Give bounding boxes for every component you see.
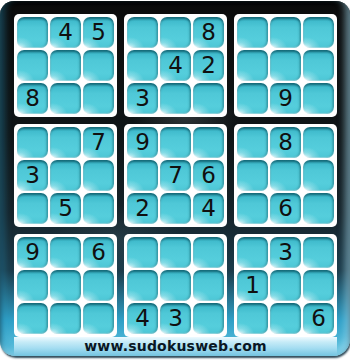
- given-digit: 9: [135, 131, 150, 154]
- cell-r1c2[interactable]: 4: [50, 17, 81, 48]
- cell-r3c5[interactable]: [160, 83, 191, 114]
- cell-r7c4[interactable]: [127, 237, 158, 268]
- cell-r7c1[interactable]: 9: [17, 237, 48, 268]
- cell-r4c2[interactable]: [50, 127, 81, 158]
- cell-r6c5[interactable]: [160, 193, 191, 224]
- cell-r9c5[interactable]: 3: [160, 303, 191, 334]
- cell-r8c1[interactable]: [17, 270, 48, 301]
- given-digit: 3: [168, 307, 183, 330]
- cell-r8c8[interactable]: [270, 270, 301, 301]
- given-digit: 2: [135, 197, 150, 220]
- cell-r1c4[interactable]: [127, 17, 158, 48]
- given-digit: 5: [91, 21, 106, 44]
- given-digit: 6: [278, 197, 293, 220]
- cell-r8c4[interactable]: [127, 270, 158, 301]
- given-digit: 4: [135, 307, 150, 330]
- cell-r3c1[interactable]: 8: [17, 83, 48, 114]
- cell-r4c3[interactable]: 7: [83, 127, 114, 158]
- cell-r7c9[interactable]: [303, 237, 334, 268]
- cell-r3c7[interactable]: [237, 83, 268, 114]
- given-digit: 8: [278, 131, 293, 154]
- cell-r7c3[interactable]: 6: [83, 237, 114, 268]
- cell-r2c6[interactable]: 2: [193, 50, 224, 81]
- cell-r9c1[interactable]: [17, 303, 48, 334]
- cell-r7c8[interactable]: 3: [270, 237, 301, 268]
- cell-r1c6[interactable]: 8: [193, 17, 224, 48]
- given-digit: 6: [201, 164, 216, 187]
- cell-r5c5[interactable]: 7: [160, 160, 191, 191]
- given-digit: 7: [91, 131, 106, 154]
- cell-r8c5[interactable]: [160, 270, 191, 301]
- cell-r5c6[interactable]: 6: [193, 160, 224, 191]
- cell-r3c3[interactable]: [83, 83, 114, 114]
- cell-r9c6[interactable]: [193, 303, 224, 334]
- cell-r5c7[interactable]: [237, 160, 268, 191]
- cell-r9c4[interactable]: 4: [127, 303, 158, 334]
- cell-r2c5[interactable]: 4: [160, 50, 191, 81]
- cell-r2c7[interactable]: [237, 50, 268, 81]
- box-9: 316: [234, 234, 337, 337]
- box-1: 458: [14, 14, 117, 117]
- cell-r5c1[interactable]: 3: [17, 160, 48, 191]
- cell-r6c2[interactable]: 5: [50, 193, 81, 224]
- cell-r3c8[interactable]: 9: [270, 83, 301, 114]
- cell-r2c1[interactable]: [17, 50, 48, 81]
- page-background: 4588423973597624869643316 www.sudokusweb…: [0, 0, 350, 360]
- box-6: 86: [234, 124, 337, 227]
- cell-r7c6[interactable]: [193, 237, 224, 268]
- cell-r5c9[interactable]: [303, 160, 334, 191]
- cell-r5c2[interactable]: [50, 160, 81, 191]
- given-digit: 6: [311, 307, 326, 330]
- cell-r1c9[interactable]: [303, 17, 334, 48]
- cell-r8c2[interactable]: [50, 270, 81, 301]
- cell-r9c8[interactable]: [270, 303, 301, 334]
- cell-r2c3[interactable]: [83, 50, 114, 81]
- box-4: 735: [14, 124, 117, 227]
- cell-r7c2[interactable]: [50, 237, 81, 268]
- cell-r9c7[interactable]: [237, 303, 268, 334]
- cell-r3c4[interactable]: 3: [127, 83, 158, 114]
- given-digit: 6: [91, 241, 106, 264]
- box-3: 9: [234, 14, 337, 117]
- given-digit: 7: [168, 164, 183, 187]
- given-digit: 5: [58, 197, 73, 220]
- cell-r8c9[interactable]: [303, 270, 334, 301]
- cell-r2c9[interactable]: [303, 50, 334, 81]
- cell-r4c1[interactable]: [17, 127, 48, 158]
- cell-r7c7[interactable]: [237, 237, 268, 268]
- cell-r3c6[interactable]: [193, 83, 224, 114]
- given-digit: 9: [278, 87, 293, 110]
- cell-r4c8[interactable]: 8: [270, 127, 301, 158]
- cell-r2c8[interactable]: [270, 50, 301, 81]
- cell-r8c3[interactable]: [83, 270, 114, 301]
- cell-r8c6[interactable]: [193, 270, 224, 301]
- cell-r5c8[interactable]: [270, 160, 301, 191]
- sudoku-board-frame: 4588423973597624869643316 www.sudokusweb…: [0, 1, 350, 356]
- cell-r1c5[interactable]: [160, 17, 191, 48]
- cell-r4c6[interactable]: [193, 127, 224, 158]
- cell-r8c7[interactable]: 1: [237, 270, 268, 301]
- given-digit: 2: [201, 54, 216, 77]
- cell-r4c4[interactable]: 9: [127, 127, 158, 158]
- cell-r1c7[interactable]: [237, 17, 268, 48]
- footer-bar: www.sudokusweb.com: [14, 337, 337, 355]
- given-digit: 4: [58, 21, 73, 44]
- cell-r1c3[interactable]: 5: [83, 17, 114, 48]
- cell-r6c3[interactable]: [83, 193, 114, 224]
- cell-r4c7[interactable]: [237, 127, 268, 158]
- given-digit: 1: [245, 274, 260, 297]
- given-digit: 8: [201, 21, 216, 44]
- cell-r6c6[interactable]: 4: [193, 193, 224, 224]
- cell-r6c4[interactable]: 2: [127, 193, 158, 224]
- cell-r5c3[interactable]: [83, 160, 114, 191]
- given-digit: 4: [201, 197, 216, 220]
- cell-r5c4[interactable]: [127, 160, 158, 191]
- cell-r9c9[interactable]: 6: [303, 303, 334, 334]
- given-digit: 9: [25, 241, 40, 264]
- box-5: 97624: [124, 124, 227, 227]
- cell-r2c2[interactable]: [50, 50, 81, 81]
- cell-r2c4[interactable]: [127, 50, 158, 81]
- cell-r1c8[interactable]: [270, 17, 301, 48]
- cell-r6c1[interactable]: [17, 193, 48, 224]
- given-digit: 3: [135, 87, 150, 110]
- given-digit: 3: [25, 164, 40, 187]
- sudoku-grid: 4588423973597624869643316: [14, 14, 337, 337]
- cell-r4c5[interactable]: [160, 127, 191, 158]
- cell-r6c8[interactable]: 6: [270, 193, 301, 224]
- cell-r9c2[interactable]: [50, 303, 81, 334]
- given-digit: 4: [168, 54, 183, 77]
- given-digit: 8: [25, 87, 40, 110]
- cell-r6c9[interactable]: [303, 193, 334, 224]
- cell-r7c5[interactable]: [160, 237, 191, 268]
- cell-r1c1[interactable]: [17, 17, 48, 48]
- site-url[interactable]: www.sudokusweb.com: [84, 338, 267, 354]
- cell-r6c7[interactable]: [237, 193, 268, 224]
- cell-r9c3[interactable]: [83, 303, 114, 334]
- box-8: 43: [124, 234, 227, 337]
- given-digit: 3: [278, 241, 293, 264]
- box-2: 8423: [124, 14, 227, 117]
- box-7: 96: [14, 234, 117, 337]
- cell-r4c9[interactable]: [303, 127, 334, 158]
- cell-r3c9[interactable]: [303, 83, 334, 114]
- cell-r3c2[interactable]: [50, 83, 81, 114]
